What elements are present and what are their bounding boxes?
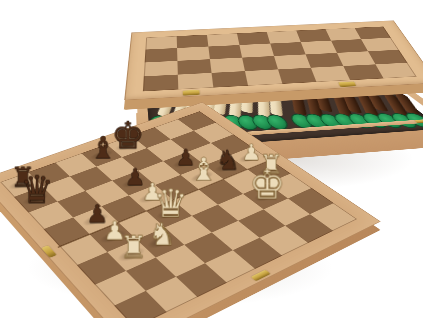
product-photo: ♜♝♚♛♟♟♟♟♝♞♟♟♛♜♜♞♚: [0, 0, 423, 318]
brass-clasp-icon: [183, 90, 200, 96]
brass-clasp-icon: [414, 120, 423, 123]
box-lid-checkerboard: [143, 26, 417, 91]
green-felt-base: [265, 115, 290, 129]
brass-clasp-icon: [338, 81, 356, 87]
green-felt-base: [251, 115, 275, 129]
box-lid: [124, 20, 423, 100]
